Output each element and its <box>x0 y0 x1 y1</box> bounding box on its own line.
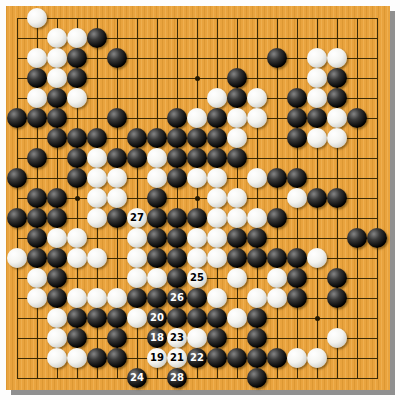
board-intersection[interactable]: 19 <box>147 348 167 368</box>
board-intersection[interactable] <box>87 228 107 248</box>
board-intersection[interactable] <box>287 188 307 208</box>
board-intersection[interactable] <box>67 248 87 268</box>
board-intersection[interactable] <box>227 248 247 268</box>
board-intersection[interactable] <box>187 108 207 128</box>
board-intersection[interactable] <box>287 108 307 128</box>
board-intersection[interactable] <box>87 368 107 388</box>
board-intersection[interactable] <box>307 68 327 88</box>
board-intersection[interactable] <box>327 48 347 68</box>
board-intersection[interactable] <box>207 48 227 68</box>
board-intersection[interactable] <box>227 268 247 288</box>
board-intersection[interactable] <box>7 188 27 208</box>
board-intersection[interactable] <box>7 128 27 148</box>
board-intersection[interactable] <box>367 68 387 88</box>
board-intersection[interactable] <box>47 308 67 328</box>
board-intersection[interactable] <box>227 288 247 308</box>
board-intersection[interactable] <box>247 88 267 108</box>
board-intersection[interactable] <box>127 288 147 308</box>
board-intersection[interactable] <box>347 8 367 28</box>
board-intersection[interactable] <box>367 368 387 388</box>
board-intersection[interactable] <box>127 348 147 368</box>
board-intersection[interactable] <box>327 268 347 288</box>
board-intersection[interactable] <box>47 68 67 88</box>
board-intersection[interactable] <box>47 348 67 368</box>
board-intersection[interactable] <box>247 168 267 188</box>
board-intersection[interactable] <box>147 8 167 28</box>
board-intersection[interactable] <box>47 48 67 68</box>
board-intersection[interactable] <box>207 168 227 188</box>
board-intersection[interactable] <box>107 128 127 148</box>
board-intersection[interactable] <box>367 348 387 368</box>
board-intersection[interactable] <box>307 48 327 68</box>
board-intersection[interactable] <box>327 168 347 188</box>
board-intersection[interactable] <box>107 8 127 28</box>
board-intersection[interactable] <box>27 248 47 268</box>
board-intersection[interactable] <box>107 328 127 348</box>
board-intersection[interactable]: 22 <box>187 348 207 368</box>
board-intersection[interactable] <box>27 148 47 168</box>
board-intersection[interactable] <box>27 268 47 288</box>
board-intersection[interactable] <box>347 168 367 188</box>
board-intersection[interactable] <box>167 128 187 148</box>
board-intersection[interactable] <box>87 208 107 228</box>
board-intersection[interactable] <box>187 88 207 108</box>
board-intersection[interactable] <box>287 148 307 168</box>
board-intersection[interactable] <box>7 268 27 288</box>
board-intersection[interactable] <box>367 48 387 68</box>
board-intersection[interactable] <box>367 128 387 148</box>
board-intersection[interactable] <box>107 228 127 248</box>
board-intersection[interactable] <box>67 228 87 248</box>
board-intersection[interactable] <box>187 228 207 248</box>
board-intersection[interactable] <box>167 228 187 248</box>
board-intersection[interactable] <box>27 188 47 208</box>
board-intersection[interactable] <box>267 248 287 268</box>
board-intersection[interactable] <box>327 148 347 168</box>
board-intersection[interactable] <box>367 148 387 168</box>
board-intersection[interactable] <box>7 168 27 188</box>
board-intersection[interactable] <box>47 148 67 168</box>
board-intersection[interactable] <box>287 228 307 248</box>
board-intersection[interactable] <box>207 368 227 388</box>
board-intersection[interactable] <box>87 8 107 28</box>
board-intersection[interactable] <box>7 8 27 28</box>
board-intersection[interactable] <box>67 288 87 308</box>
board-intersection[interactable] <box>247 268 267 288</box>
board-intersection[interactable] <box>267 68 287 88</box>
board-intersection[interactable]: 24 <box>127 368 147 388</box>
board-intersection[interactable] <box>287 308 307 328</box>
board-intersection[interactable] <box>7 48 27 68</box>
board-intersection[interactable] <box>87 248 107 268</box>
board-intersection[interactable] <box>227 228 247 248</box>
board-intersection[interactable] <box>287 208 307 228</box>
board-intersection[interactable] <box>207 68 227 88</box>
board-intersection[interactable] <box>7 28 27 48</box>
board-intersection[interactable] <box>127 188 147 208</box>
board-intersection[interactable] <box>287 68 307 88</box>
board-intersection[interactable] <box>227 188 247 208</box>
board-intersection[interactable] <box>147 368 167 388</box>
board-intersection[interactable] <box>187 328 207 348</box>
board-intersection[interactable] <box>147 148 167 168</box>
board-intersection[interactable] <box>187 148 207 168</box>
board-intersection[interactable] <box>127 8 147 28</box>
board-intersection[interactable] <box>7 328 27 348</box>
board-intersection[interactable] <box>347 28 367 48</box>
board-intersection[interactable] <box>227 68 247 88</box>
board-intersection[interactable] <box>7 248 27 268</box>
board-intersection[interactable] <box>327 208 347 228</box>
board-intersection[interactable] <box>27 288 47 308</box>
board-intersection[interactable] <box>207 268 227 288</box>
board-intersection[interactable] <box>67 148 87 168</box>
board-intersection[interactable] <box>127 168 147 188</box>
board-intersection[interactable] <box>87 188 107 208</box>
board-intersection[interactable] <box>307 348 327 368</box>
board-intersection[interactable] <box>147 88 167 108</box>
board-intersection[interactable] <box>147 248 167 268</box>
board-intersection[interactable] <box>87 348 107 368</box>
board-intersection[interactable] <box>147 188 167 208</box>
board-intersection[interactable] <box>127 148 147 168</box>
board-intersection[interactable] <box>367 88 387 108</box>
board-intersection[interactable] <box>367 328 387 348</box>
board-intersection[interactable] <box>247 308 267 328</box>
board-intersection[interactable] <box>47 368 67 388</box>
board-intersection[interactable] <box>247 348 267 368</box>
board-intersection[interactable] <box>307 328 327 348</box>
board-intersection[interactable] <box>127 88 147 108</box>
board-intersection[interactable] <box>307 128 327 148</box>
board-intersection[interactable] <box>167 8 187 28</box>
board-intersection[interactable] <box>267 188 287 208</box>
board-intersection[interactable] <box>187 368 207 388</box>
board-intersection[interactable] <box>247 48 267 68</box>
board-intersection[interactable] <box>347 348 367 368</box>
board-intersection[interactable] <box>7 108 27 128</box>
board-intersection[interactable] <box>227 168 247 188</box>
board-intersection[interactable] <box>307 248 327 268</box>
board-intersection[interactable] <box>327 228 347 248</box>
board-intersection[interactable] <box>227 48 247 68</box>
board-intersection[interactable] <box>267 88 287 108</box>
board-intersection[interactable] <box>107 48 127 68</box>
board-intersection[interactable] <box>347 48 367 68</box>
board-intersection[interactable] <box>27 8 47 28</box>
board-intersection[interactable] <box>87 108 107 128</box>
board-intersection[interactable] <box>207 188 227 208</box>
board-intersection[interactable] <box>67 168 87 188</box>
board-intersection[interactable] <box>7 208 27 228</box>
board-intersection[interactable] <box>187 308 207 328</box>
board-intersection[interactable] <box>7 88 27 108</box>
board-intersection[interactable] <box>207 228 227 248</box>
board-intersection[interactable] <box>227 108 247 128</box>
board-intersection[interactable] <box>207 28 227 48</box>
board-intersection[interactable] <box>67 48 87 68</box>
board-intersection[interactable] <box>127 108 147 128</box>
board-intersection[interactable] <box>287 348 307 368</box>
board-intersection[interactable]: 25 <box>187 268 207 288</box>
board-intersection[interactable] <box>167 28 187 48</box>
board-intersection[interactable] <box>147 48 167 68</box>
board-intersection[interactable] <box>367 108 387 128</box>
board-intersection[interactable] <box>27 108 47 128</box>
board-intersection[interactable] <box>247 188 267 208</box>
board-intersection[interactable] <box>47 8 67 28</box>
board-intersection[interactable] <box>307 308 327 328</box>
board-intersection[interactable] <box>127 48 147 68</box>
board-intersection[interactable] <box>67 128 87 148</box>
board-intersection[interactable]: 27 <box>127 208 147 228</box>
board-intersection[interactable] <box>347 88 367 108</box>
board-intersection[interactable] <box>47 248 67 268</box>
board-intersection[interactable] <box>87 308 107 328</box>
board-intersection[interactable] <box>267 168 287 188</box>
board-intersection[interactable] <box>167 268 187 288</box>
board-intersection[interactable] <box>147 28 167 48</box>
board-intersection[interactable] <box>27 28 47 48</box>
board-intersection[interactable] <box>307 268 327 288</box>
board-intersection[interactable] <box>227 128 247 148</box>
board-intersection[interactable] <box>267 148 287 168</box>
board-intersection[interactable] <box>287 368 307 388</box>
board-intersection[interactable] <box>327 348 347 368</box>
board-intersection[interactable] <box>267 8 287 28</box>
board-intersection[interactable] <box>107 288 127 308</box>
board-intersection[interactable] <box>347 208 367 228</box>
board-intersection[interactable] <box>167 308 187 328</box>
board-intersection[interactable] <box>107 28 127 48</box>
board-intersection[interactable] <box>7 368 27 388</box>
board-intersection[interactable] <box>27 208 47 228</box>
board-intersection[interactable] <box>347 128 367 148</box>
board-intersection[interactable] <box>127 308 147 328</box>
board-intersection[interactable] <box>47 28 67 48</box>
board-intersection[interactable] <box>127 328 147 348</box>
board-intersection[interactable] <box>167 68 187 88</box>
board-intersection[interactable] <box>227 28 247 48</box>
board-intersection[interactable] <box>47 208 67 228</box>
board-intersection[interactable] <box>67 208 87 228</box>
board-intersection[interactable] <box>67 268 87 288</box>
board-intersection[interactable] <box>87 288 107 308</box>
board-intersection[interactable] <box>267 348 287 368</box>
board-intersection[interactable] <box>107 68 127 88</box>
board-intersection[interactable] <box>327 288 347 308</box>
board-intersection[interactable] <box>307 108 327 128</box>
board-intersection[interactable] <box>327 108 347 128</box>
board-intersection[interactable] <box>87 168 107 188</box>
board-intersection[interactable]: 23 <box>167 328 187 348</box>
board-intersection[interactable] <box>287 288 307 308</box>
board-intersection[interactable] <box>327 28 347 48</box>
board-intersection[interactable] <box>327 88 347 108</box>
board-intersection[interactable] <box>227 148 247 168</box>
board-intersection[interactable] <box>287 28 307 48</box>
board-intersection[interactable] <box>187 248 207 268</box>
board-intersection[interactable] <box>47 288 67 308</box>
board-intersection[interactable] <box>187 68 207 88</box>
board-intersection[interactable] <box>27 328 47 348</box>
board-intersection[interactable] <box>207 108 227 128</box>
board-intersection[interactable] <box>307 88 327 108</box>
board-intersection[interactable] <box>367 288 387 308</box>
board-intersection[interactable] <box>327 368 347 388</box>
board-intersection[interactable] <box>207 288 227 308</box>
board-intersection[interactable] <box>27 128 47 148</box>
board-intersection[interactable] <box>187 168 207 188</box>
board-intersection[interactable] <box>267 328 287 348</box>
board-intersection[interactable] <box>287 268 307 288</box>
board-intersection[interactable] <box>147 228 167 248</box>
board-intersection[interactable] <box>87 328 107 348</box>
board-intersection[interactable] <box>47 268 67 288</box>
board-intersection[interactable] <box>67 28 87 48</box>
board-intersection[interactable] <box>307 8 327 28</box>
board-intersection[interactable] <box>107 248 127 268</box>
board-intersection[interactable] <box>187 188 207 208</box>
board-intersection[interactable] <box>167 248 187 268</box>
board-intersection[interactable] <box>267 308 287 328</box>
board-intersection[interactable] <box>147 288 167 308</box>
board-intersection[interactable] <box>267 208 287 228</box>
board-intersection[interactable] <box>147 168 167 188</box>
board-intersection[interactable] <box>227 208 247 228</box>
board-intersection[interactable] <box>187 28 207 48</box>
board-intersection[interactable] <box>307 288 327 308</box>
board-intersection[interactable] <box>127 68 147 88</box>
board-intersection[interactable] <box>307 208 327 228</box>
board-intersection[interactable] <box>267 128 287 148</box>
board-intersection[interactable] <box>107 168 127 188</box>
board-intersection[interactable] <box>67 348 87 368</box>
board-intersection[interactable]: 18 <box>147 328 167 348</box>
board-intersection[interactable] <box>187 48 207 68</box>
board-intersection[interactable] <box>247 328 267 348</box>
board-intersection[interactable] <box>27 348 47 368</box>
board-intersection[interactable] <box>267 228 287 248</box>
board-intersection[interactable] <box>187 128 207 148</box>
board-intersection[interactable] <box>347 248 367 268</box>
board-intersection[interactable] <box>167 188 187 208</box>
board-intersection[interactable] <box>287 88 307 108</box>
board-intersection[interactable] <box>347 68 367 88</box>
board-intersection[interactable] <box>207 128 227 148</box>
board-intersection[interactable] <box>207 348 227 368</box>
board-intersection[interactable] <box>227 368 247 388</box>
board-intersection[interactable] <box>327 308 347 328</box>
board-intersection[interactable] <box>187 8 207 28</box>
board-intersection[interactable] <box>247 288 267 308</box>
board-intersection[interactable] <box>307 28 327 48</box>
board-intersection[interactable] <box>27 48 47 68</box>
board-intersection[interactable] <box>167 88 187 108</box>
board-intersection[interactable] <box>307 228 327 248</box>
board-intersection[interactable] <box>287 128 307 148</box>
board-intersection[interactable] <box>367 208 387 228</box>
board-intersection[interactable] <box>167 208 187 228</box>
board-intersection[interactable] <box>127 128 147 148</box>
board-intersection[interactable] <box>287 328 307 348</box>
board-intersection[interactable] <box>167 168 187 188</box>
board-intersection[interactable] <box>307 368 327 388</box>
board-intersection[interactable] <box>367 228 387 248</box>
board-intersection[interactable] <box>67 68 87 88</box>
board-intersection[interactable] <box>127 228 147 248</box>
board-intersection[interactable] <box>27 168 47 188</box>
board-intersection[interactable] <box>207 328 227 348</box>
board-intersection[interactable] <box>267 108 287 128</box>
board-intersection[interactable] <box>107 188 127 208</box>
board-intersection[interactable] <box>67 188 87 208</box>
board-intersection[interactable] <box>107 268 127 288</box>
board-intersection[interactable] <box>107 208 127 228</box>
board-intersection[interactable] <box>247 248 267 268</box>
board-intersection[interactable] <box>207 88 227 108</box>
board-intersection[interactable] <box>7 228 27 248</box>
board-intersection[interactable]: 28 <box>167 368 187 388</box>
board-intersection[interactable] <box>347 308 367 328</box>
board-intersection[interactable] <box>107 348 127 368</box>
board-intersection[interactable] <box>127 268 147 288</box>
board-intersection[interactable] <box>187 288 207 308</box>
board-intersection[interactable] <box>47 188 67 208</box>
board-intersection[interactable] <box>67 368 87 388</box>
board-intersection[interactable] <box>347 268 367 288</box>
board-intersection[interactable] <box>87 28 107 48</box>
board-intersection[interactable] <box>227 328 247 348</box>
board-intersection[interactable] <box>27 88 47 108</box>
board-intersection[interactable] <box>27 68 47 88</box>
board-intersection[interactable] <box>7 68 27 88</box>
board-intersection[interactable] <box>147 108 167 128</box>
board-intersection[interactable] <box>327 8 347 28</box>
board-intersection[interactable] <box>267 288 287 308</box>
board-intersection[interactable] <box>367 268 387 288</box>
board-intersection[interactable] <box>7 288 27 308</box>
board-intersection[interactable] <box>87 68 107 88</box>
board-intersection[interactable] <box>287 248 307 268</box>
board-intersection[interactable] <box>147 208 167 228</box>
board-intersection[interactable] <box>227 8 247 28</box>
board-intersection[interactable] <box>347 228 367 248</box>
board-intersection[interactable] <box>87 88 107 108</box>
board-intersection[interactable] <box>47 108 67 128</box>
board-intersection[interactable] <box>187 208 207 228</box>
board-intersection[interactable] <box>47 328 67 348</box>
board-intersection[interactable] <box>107 308 127 328</box>
board-intersection[interactable] <box>27 228 47 248</box>
board-intersection[interactable] <box>207 208 227 228</box>
board-intersection[interactable] <box>347 328 367 348</box>
board-intersection[interactable]: 21 <box>167 348 187 368</box>
board-intersection[interactable] <box>147 68 167 88</box>
board-intersection[interactable] <box>247 148 267 168</box>
board-intersection[interactable] <box>327 128 347 148</box>
board-intersection[interactable] <box>327 68 347 88</box>
board-intersection[interactable] <box>27 368 47 388</box>
board-intersection[interactable] <box>347 368 367 388</box>
board-intersection[interactable] <box>107 108 127 128</box>
board-intersection[interactable] <box>87 268 107 288</box>
board-intersection[interactable] <box>367 248 387 268</box>
board-intersection[interactable] <box>347 288 367 308</box>
board-intersection[interactable] <box>67 328 87 348</box>
board-intersection[interactable] <box>307 188 327 208</box>
board-intersection[interactable] <box>287 168 307 188</box>
